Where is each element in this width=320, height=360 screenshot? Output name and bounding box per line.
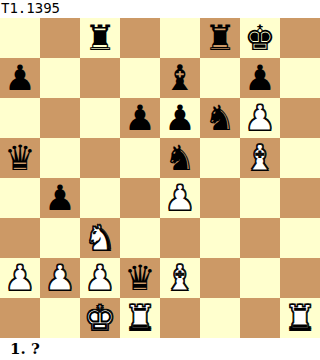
square-a2[interactable]: ♟ xyxy=(0,258,40,298)
white-knight: ♞ xyxy=(80,218,120,258)
puzzle-id: T1.1395 xyxy=(0,0,60,16)
white-pawn: ♟ xyxy=(160,178,200,218)
square-c4[interactable] xyxy=(80,178,120,218)
black-pawn: ♟ xyxy=(160,98,200,138)
square-e3[interactable] xyxy=(160,218,200,258)
square-e4[interactable]: ♟ xyxy=(160,178,200,218)
square-f2[interactable] xyxy=(200,258,240,298)
square-e5[interactable]: ♞ xyxy=(160,138,200,178)
square-e7[interactable]: ♝ xyxy=(160,58,200,98)
square-c2[interactable]: ♟ xyxy=(80,258,120,298)
square-d1[interactable]: ♜ xyxy=(120,298,160,338)
square-h1[interactable]: ♜ xyxy=(280,298,320,338)
square-g2[interactable] xyxy=(240,258,280,298)
square-d8[interactable] xyxy=(120,18,160,58)
white-bishop: ♝ xyxy=(240,138,280,178)
square-a4[interactable] xyxy=(0,178,40,218)
black-queen: ♛ xyxy=(120,258,160,298)
white-rook: ♜ xyxy=(280,298,320,338)
square-e1[interactable] xyxy=(160,298,200,338)
square-f8[interactable]: ♜ xyxy=(200,18,240,58)
square-g5[interactable]: ♝ xyxy=(240,138,280,178)
black-pawn: ♟ xyxy=(40,178,80,218)
square-d4[interactable] xyxy=(120,178,160,218)
square-a6[interactable] xyxy=(0,98,40,138)
white-bishop: ♝ xyxy=(160,258,200,298)
puzzle-header: T1.1395 xyxy=(0,0,320,18)
chess-board: ♜♜♚♟♝♟♟♟♞♟♛♞♝♟♟♞♟♟♟♛♝♚♜♜ xyxy=(0,18,320,338)
square-f1[interactable] xyxy=(200,298,240,338)
square-a8[interactable] xyxy=(0,18,40,58)
square-e8[interactable] xyxy=(160,18,200,58)
square-g4[interactable] xyxy=(240,178,280,218)
square-f7[interactable] xyxy=(200,58,240,98)
black-pawn: ♟ xyxy=(120,98,160,138)
black-pawn: ♟ xyxy=(0,58,40,98)
square-g3[interactable] xyxy=(240,218,280,258)
square-h7[interactable] xyxy=(280,58,320,98)
square-h8[interactable] xyxy=(280,18,320,58)
square-b3[interactable] xyxy=(40,218,80,258)
square-e2[interactable]: ♝ xyxy=(160,258,200,298)
square-c5[interactable] xyxy=(80,138,120,178)
white-rook: ♜ xyxy=(120,298,160,338)
square-d2[interactable]: ♛ xyxy=(120,258,160,298)
square-b5[interactable] xyxy=(40,138,80,178)
white-pawn: ♟ xyxy=(40,258,80,298)
square-h3[interactable] xyxy=(280,218,320,258)
black-pawn: ♟ xyxy=(240,58,280,98)
black-knight: ♞ xyxy=(160,138,200,178)
square-b7[interactable] xyxy=(40,58,80,98)
square-a7[interactable]: ♟ xyxy=(0,58,40,98)
white-pawn: ♟ xyxy=(80,258,120,298)
square-g1[interactable] xyxy=(240,298,280,338)
black-rook: ♜ xyxy=(200,18,240,58)
square-f6[interactable]: ♞ xyxy=(200,98,240,138)
square-d3[interactable] xyxy=(120,218,160,258)
square-c3[interactable]: ♞ xyxy=(80,218,120,258)
square-h6[interactable] xyxy=(280,98,320,138)
black-king: ♚ xyxy=(240,18,280,58)
white-pawn: ♟ xyxy=(0,258,40,298)
square-c1[interactable]: ♚ xyxy=(80,298,120,338)
square-d6[interactable]: ♟ xyxy=(120,98,160,138)
square-b8[interactable] xyxy=(40,18,80,58)
square-f4[interactable] xyxy=(200,178,240,218)
square-b4[interactable]: ♟ xyxy=(40,178,80,218)
black-knight: ♞ xyxy=(200,98,240,138)
square-d7[interactable] xyxy=(120,58,160,98)
square-e6[interactable]: ♟ xyxy=(160,98,200,138)
square-f5[interactable] xyxy=(200,138,240,178)
square-h2[interactable] xyxy=(280,258,320,298)
square-c6[interactable] xyxy=(80,98,120,138)
square-b1[interactable] xyxy=(40,298,80,338)
black-rook: ♜ xyxy=(80,18,120,58)
square-f3[interactable] xyxy=(200,218,240,258)
black-bishop: ♝ xyxy=(160,58,200,98)
square-c8[interactable]: ♜ xyxy=(80,18,120,58)
square-d5[interactable] xyxy=(120,138,160,178)
square-g6[interactable]: ♟ xyxy=(240,98,280,138)
square-a3[interactable] xyxy=(0,218,40,258)
square-b2[interactable]: ♟ xyxy=(40,258,80,298)
move-footer: 1. ? xyxy=(0,338,320,360)
square-g8[interactable]: ♚ xyxy=(240,18,280,58)
square-c7[interactable] xyxy=(80,58,120,98)
black-queen: ♛ xyxy=(0,138,40,178)
white-king: ♚ xyxy=(80,298,120,338)
square-g7[interactable]: ♟ xyxy=(240,58,280,98)
square-h4[interactable] xyxy=(280,178,320,218)
square-a1[interactable] xyxy=(0,298,40,338)
square-h5[interactable] xyxy=(280,138,320,178)
square-a5[interactable]: ♛ xyxy=(0,138,40,178)
white-pawn: ♟ xyxy=(240,98,280,138)
square-b6[interactable] xyxy=(40,98,80,138)
move-prompt: 1. ? xyxy=(0,340,40,358)
